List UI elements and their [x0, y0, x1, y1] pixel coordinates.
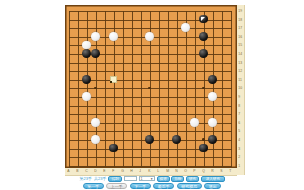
pill-button-上一手[interactable]: 上一手: [106, 183, 127, 190]
black-stone-C11: [82, 75, 91, 84]
black-stone-D14: [91, 49, 100, 58]
move-number-input[interactable]: [124, 176, 137, 181]
star-point: [202, 87, 204, 89]
small-button-group: 棋谱形势研究: [157, 176, 200, 182]
interval-select[interactable]: 1▾: [139, 176, 155, 181]
column-coordinate-label: J: [139, 169, 141, 172]
black-stone-N4: [172, 135, 181, 144]
white-stone-R6: [208, 118, 217, 127]
column-coordinate-label: C: [85, 169, 87, 172]
column-coordinate-label: R: [211, 169, 213, 172]
white-stone-C15: [82, 41, 91, 50]
white-stone-F16: [109, 32, 118, 41]
white-stone-C9: [82, 92, 91, 101]
row-coordinate-label: 8: [238, 104, 240, 107]
move-number-label: 第23手: [79, 176, 91, 181]
black-stone-R4: [208, 135, 217, 144]
interval-select-value: 1: [141, 177, 143, 181]
column-coordinate-label: P: [193, 169, 195, 172]
replay-toolbar: 第23手 共23手 转到 1▾ 棋谱形势研究 进入研究: [0, 176, 304, 183]
row-coordinate-label: 2: [238, 155, 240, 158]
black-stone-C14: [82, 49, 91, 58]
column-coordinate-label: A: [67, 169, 69, 172]
game-action-toolbar: 第一手上一手下一手最后手研究棋局退出: [0, 183, 304, 190]
row-coordinate-label: 15: [238, 44, 242, 47]
column-coordinate-label: T: [229, 169, 231, 172]
row-coordinate-label: 4: [238, 138, 240, 141]
row-coordinate-label: 14: [238, 52, 242, 55]
row-coordinate-label: 16: [238, 35, 242, 38]
coordinate-strip-right: 19181716151413121110987654321: [237, 5, 245, 175]
white-stone-K16: [145, 32, 154, 41]
row-coordinate-label: 1: [238, 164, 240, 167]
chevron-down-icon: ▾: [151, 177, 153, 181]
white-stone-R9: [208, 92, 217, 101]
column-coordinate-label: K: [148, 169, 150, 172]
row-coordinate-label: 13: [238, 61, 242, 64]
row-coordinate-label: 5: [238, 130, 240, 133]
white-stone-P6: [190, 118, 199, 127]
black-stone-Q16: [199, 32, 208, 41]
pill-button-第一手[interactable]: 第一手: [83, 183, 104, 190]
white-stone-D6: [91, 118, 100, 127]
star-point: [94, 87, 96, 89]
white-stone-D16: [91, 32, 100, 41]
toolbar-button-形势[interactable]: 形势: [171, 176, 184, 182]
last-move-marker: [201, 17, 205, 21]
toolbar-button-棋谱[interactable]: 棋谱: [157, 176, 170, 182]
pill-button-最后手[interactable]: 最后手: [153, 183, 174, 190]
white-stone-O17: [181, 23, 190, 32]
row-coordinate-label: 10: [238, 87, 242, 90]
column-coordinate-label: D: [94, 169, 96, 172]
row-coordinate-label: 7: [238, 112, 240, 115]
column-coordinate-label: N: [175, 169, 177, 172]
row-coordinate-label: 9: [238, 95, 240, 98]
star-point: [202, 138, 204, 140]
cursor-highlight: [110, 76, 117, 83]
row-coordinate-label: 18: [238, 18, 242, 21]
row-coordinate-label: 19: [238, 9, 242, 12]
pill-button-下一手[interactable]: 下一手: [130, 183, 151, 190]
column-coordinate-label: G: [121, 169, 124, 172]
row-coordinate-label: 3: [238, 147, 240, 150]
column-coordinate-label: B: [76, 169, 78, 172]
total-moves-label: 共23手: [94, 176, 106, 181]
row-coordinate-label: 6: [238, 121, 240, 124]
column-coordinate-label: L: [157, 169, 159, 172]
black-stone-R11: [208, 75, 217, 84]
row-coordinate-label: 17: [238, 26, 242, 29]
column-coordinate-label: M: [166, 169, 169, 172]
row-coordinate-label: 11: [238, 78, 242, 81]
goto-move-button[interactable]: 转到: [108, 176, 121, 182]
pill-button-退出[interactable]: 退出: [204, 183, 221, 190]
column-coordinate-label: O: [184, 169, 187, 172]
column-coordinate-label: H: [130, 169, 132, 172]
white-stone-D4: [91, 135, 100, 144]
star-point: [148, 87, 150, 89]
go-board[interactable]: [65, 5, 237, 168]
black-stone-Q14: [199, 49, 208, 58]
column-coordinate-label: Q: [202, 169, 205, 172]
black-stone-K4: [145, 135, 154, 144]
row-coordinate-label: 12: [238, 69, 242, 72]
enter-study-button[interactable]: 进入研究: [201, 176, 224, 182]
pill-button-研究棋局[interactable]: 研究棋局: [177, 183, 202, 190]
column-coordinate-label: S: [220, 169, 222, 172]
toolbar-button-研究[interactable]: 研究: [186, 176, 199, 182]
column-coordinate-label: F: [112, 169, 114, 172]
column-coordinate-label: E: [103, 169, 105, 172]
